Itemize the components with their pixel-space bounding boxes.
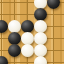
white-stone-r3c2[interactable] [21,32,34,45]
white-stone-r3c3[interactable] [34,32,47,45]
black-stone-r1c3[interactable] [34,8,47,21]
grid-line-col-4 [53,0,54,64]
grid-line-row-5 [0,62,64,63]
black-stone-r2c2[interactable] [21,20,34,33]
white-stone-r5c3[interactable] [34,56,47,65]
white-stone-r4c2[interactable] [21,44,34,57]
black-stone-r0c4[interactable] [47,0,60,9]
black-stone-r5c0[interactable] [0,56,8,65]
black-stone-r2c0[interactable] [0,20,8,33]
white-stone-r4c3[interactable] [34,44,47,57]
go-board[interactable] [0,0,64,64]
black-stone-r3c1[interactable] [8,32,21,45]
grid-line-row-1 [0,14,64,15]
white-stone-r2c1[interactable] [8,20,21,33]
white-stone-r2c3[interactable] [34,20,47,33]
black-stone-r4c1[interactable] [8,44,21,57]
